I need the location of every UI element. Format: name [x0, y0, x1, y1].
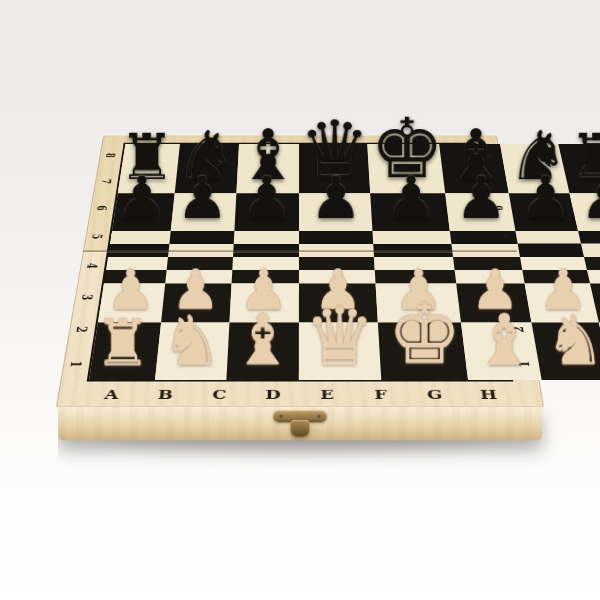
square-g5 — [517, 244, 584, 257]
black-queen-d8: ♛ — [299, 113, 370, 188]
square-g1: ♞ — [531, 322, 600, 380]
white-pawn-d2: ♟ — [314, 264, 363, 316]
square-a4 — [106, 257, 168, 270]
file-label-a: A — [83, 382, 140, 408]
file-label-b: B — [137, 382, 193, 408]
chess-board-grid: ♜♞♝♛♚♝♞♜♟♟♟♟♟♟♟♟♟♟♟♟♟♟♟♟♜♞♝♛♚♝♞♜ — [87, 143, 514, 382]
white-pawn-a2: ♟ — [106, 264, 155, 316]
square-g2: ♟ — [524, 284, 599, 323]
square-e7: ♟ — [370, 193, 449, 231]
rank-label-left-7: 7 — [83, 175, 131, 188]
rank-label-left-6: 6 — [78, 201, 127, 215]
square-b8: ♞ — [175, 144, 239, 193]
file-label-d: D — [246, 382, 300, 408]
square-d3 — [299, 270, 376, 284]
file-label-g: G — [407, 382, 463, 408]
square-c4 — [232, 257, 299, 270]
square-c8: ♝ — [236, 144, 299, 193]
square-e2: ♟ — [376, 284, 461, 323]
rank-label-left-5: 5 — [72, 229, 122, 243]
rank-label-left-8: 8 — [87, 149, 134, 161]
square-c3 — [231, 270, 299, 284]
square-d8: ♛ — [299, 144, 370, 193]
rank-label-right-5: 5 — [478, 229, 528, 243]
square-e4 — [374, 257, 455, 270]
white-pawn-b2: ♟ — [171, 264, 220, 316]
chess-board: ♜♞♝♛♚♝♞♜♟♟♟♟♟♟♟♟♟♟♟♟♟♟♟♟♜♞♝♛♚♝♞♜ ABCDEFG… — [82, 39, 518, 475]
file-label-h: H — [460, 382, 517, 408]
latch-hook — [290, 420, 309, 437]
square-b4 — [167, 257, 233, 270]
rank-label-right-7: 7 — [470, 175, 518, 188]
square-e1: ♚ — [378, 322, 468, 380]
square-c7: ♟ — [234, 193, 299, 231]
square-d7: ♟ — [299, 193, 373, 231]
black-bishop-c8: ♝ — [236, 122, 299, 188]
square-a1: ♜ — [89, 322, 161, 380]
square-c2: ♟ — [229, 284, 299, 323]
box-front-edge — [58, 407, 542, 441]
brass-latch — [273, 410, 327, 439]
white-bishop-c1: ♝ — [231, 307, 294, 373]
file-label-e: E — [300, 382, 354, 408]
square-c1: ♝ — [226, 322, 299, 380]
white-knight-b1: ♞ — [161, 309, 222, 373]
square-g3 — [522, 270, 590, 284]
rank-label-right-6: 6 — [474, 201, 523, 215]
square-b3 — [165, 270, 232, 284]
square-a3 — [104, 270, 167, 284]
square-g4 — [519, 257, 587, 270]
black-king-e8: ♚ — [370, 109, 445, 188]
rank-label-right-8: 8 — [466, 149, 513, 161]
file-label-c: C — [191, 382, 246, 408]
square-d6 — [299, 231, 374, 244]
square-e3 — [375, 270, 456, 284]
square-a2: ♟ — [98, 284, 165, 323]
square-h5 — [581, 244, 600, 257]
white-pawn-e2: ♟ — [395, 264, 444, 316]
white-queen-d1: ♛ — [305, 299, 376, 374]
board-surface: ♜♞♝♛♚♝♞♜♟♟♟♟♟♟♟♟♟♟♟♟♟♟♟♟♜♞♝♛♚♝♞♜ ABCDEFG… — [56, 136, 544, 408]
square-h4 — [584, 257, 600, 270]
square-d1: ♛ — [299, 322, 382, 380]
square-b6 — [169, 231, 234, 244]
square-d4 — [299, 257, 375, 270]
square-b2: ♟ — [161, 284, 231, 323]
black-rook-h8: ♜ — [568, 128, 600, 188]
scene: ♜♞♝♛♚♝♞♜♟♟♟♟♟♟♟♟♟♟♟♟♟♟♟♟♜♞♝♛♚♝♞♜ ABCDEFG… — [0, 0, 600, 600]
black-knight-g8: ♞ — [507, 123, 568, 188]
black-knight-b8: ♞ — [175, 123, 236, 188]
square-b1: ♞ — [155, 322, 229, 380]
square-b7: ♟ — [171, 193, 236, 231]
square-h6 — [578, 231, 600, 244]
square-d2: ♟ — [299, 284, 378, 323]
file-labels: ABCDEFGH — [83, 382, 518, 408]
square-e8: ♚ — [368, 144, 446, 193]
white-rook-a1: ♜ — [95, 313, 152, 373]
square-e6 — [373, 231, 452, 244]
square-c6 — [233, 231, 299, 244]
square-h3 — [587, 270, 600, 284]
file-label-f: F — [353, 382, 408, 408]
white-pawn-c2: ♟ — [240, 264, 289, 316]
